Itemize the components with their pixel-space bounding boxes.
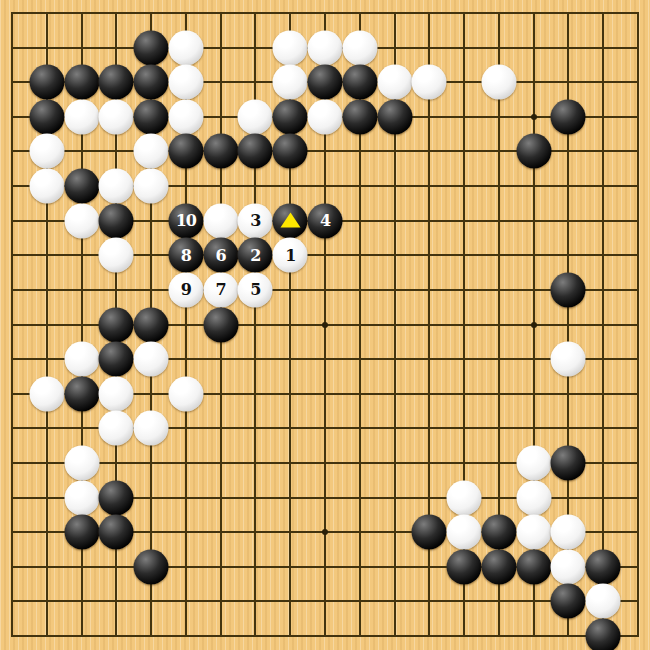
stone-black[interactable]: 10 xyxy=(168,203,203,238)
stone-black[interactable] xyxy=(308,65,343,100)
stone-black[interactable] xyxy=(64,515,99,550)
move-number: 9 xyxy=(181,282,191,298)
stone-white[interactable]: 3 xyxy=(238,203,273,238)
stone-black[interactable] xyxy=(481,515,516,550)
triangle-marker-icon xyxy=(280,212,300,227)
stone-white[interactable] xyxy=(134,342,169,377)
stone-white[interactable]: 7 xyxy=(203,272,238,307)
stone-white[interactable] xyxy=(99,411,134,446)
stone-white[interactable] xyxy=(342,30,377,65)
stone-black[interactable]: 6 xyxy=(203,238,238,273)
move-number: 10 xyxy=(176,213,196,229)
stone-black[interactable] xyxy=(64,376,99,411)
stone-white[interactable] xyxy=(134,134,169,169)
stone-white[interactable] xyxy=(481,65,516,100)
stone-black[interactable] xyxy=(203,307,238,342)
stone-white[interactable] xyxy=(551,549,586,584)
grid-line-horizontal xyxy=(11,600,639,602)
stone-black[interactable] xyxy=(99,342,134,377)
stone-black[interactable] xyxy=(551,99,586,134)
stone-black[interactable] xyxy=(551,272,586,307)
stone-black[interactable] xyxy=(99,203,134,238)
grid-line-horizontal xyxy=(11,635,639,637)
move-number: 2 xyxy=(250,247,260,263)
stone-black[interactable] xyxy=(168,134,203,169)
stone-black[interactable] xyxy=(586,619,621,650)
stone-black[interactable] xyxy=(551,584,586,619)
stone-black[interactable] xyxy=(342,99,377,134)
stone-white[interactable] xyxy=(377,65,412,100)
move-number: 8 xyxy=(181,247,191,263)
stone-black[interactable] xyxy=(64,169,99,204)
stone-white[interactable] xyxy=(308,30,343,65)
stone-white[interactable] xyxy=(551,342,586,377)
stone-white[interactable]: 1 xyxy=(273,238,308,273)
stone-black[interactable] xyxy=(412,515,447,550)
stone-black[interactable] xyxy=(29,99,64,134)
stone-white[interactable] xyxy=(168,376,203,411)
star-point xyxy=(322,322,328,328)
stone-white[interactable] xyxy=(64,445,99,480)
stone-white[interactable] xyxy=(273,65,308,100)
grid-line-vertical xyxy=(637,12,639,637)
stone-white[interactable] xyxy=(99,238,134,273)
stone-white[interactable] xyxy=(412,65,447,100)
stone-black[interactable] xyxy=(134,30,169,65)
stone-black[interactable] xyxy=(586,549,621,584)
stone-black[interactable] xyxy=(99,515,134,550)
stone-black[interactable] xyxy=(377,99,412,134)
stone-black[interactable] xyxy=(29,65,64,100)
stone-black[interactable]: 2 xyxy=(238,238,273,273)
stone-white[interactable] xyxy=(168,65,203,100)
stone-black[interactable]: 8 xyxy=(168,238,203,273)
move-number: 6 xyxy=(216,247,226,263)
stone-white[interactable] xyxy=(134,411,169,446)
star-point xyxy=(531,322,537,328)
stone-white[interactable]: 9 xyxy=(168,272,203,307)
stone-black[interactable] xyxy=(516,134,551,169)
stone-black[interactable]: 4 xyxy=(308,203,343,238)
stone-black[interactable] xyxy=(481,549,516,584)
stone-white[interactable] xyxy=(447,480,482,515)
stone-white[interactable] xyxy=(29,134,64,169)
move-number: 5 xyxy=(250,282,260,298)
stone-black[interactable] xyxy=(134,99,169,134)
stone-black[interactable] xyxy=(342,65,377,100)
stone-white[interactable] xyxy=(99,99,134,134)
star-point xyxy=(322,529,328,535)
stone-white[interactable] xyxy=(168,30,203,65)
stone-white[interactable] xyxy=(134,169,169,204)
stone-black[interactable] xyxy=(64,65,99,100)
move-number: 3 xyxy=(250,213,260,229)
stone-black[interactable] xyxy=(99,65,134,100)
stone-white[interactable] xyxy=(551,515,586,550)
stone-white[interactable] xyxy=(29,169,64,204)
stone-white[interactable] xyxy=(203,203,238,238)
stone-white[interactable] xyxy=(238,99,273,134)
go-board[interactable]: 10348621975 xyxy=(0,0,650,650)
stone-white[interactable] xyxy=(447,515,482,550)
stone-white[interactable] xyxy=(168,99,203,134)
stone-white[interactable] xyxy=(99,376,134,411)
stone-black[interactable] xyxy=(551,445,586,480)
move-number: 7 xyxy=(216,282,226,298)
stone-white[interactable]: 5 xyxy=(238,272,273,307)
stone-white[interactable] xyxy=(64,99,99,134)
stone-black[interactable] xyxy=(99,480,134,515)
stone-white[interactable] xyxy=(99,169,134,204)
stone-black[interactable] xyxy=(134,549,169,584)
stone-black[interactable] xyxy=(238,134,273,169)
stone-black[interactable] xyxy=(516,549,551,584)
stone-white[interactable] xyxy=(273,30,308,65)
stone-black[interactable] xyxy=(99,307,134,342)
stone-black[interactable] xyxy=(273,134,308,169)
stone-white[interactable] xyxy=(586,584,621,619)
stone-white[interactable] xyxy=(516,515,551,550)
stone-white[interactable] xyxy=(64,203,99,238)
stone-white[interactable] xyxy=(64,480,99,515)
stone-white[interactable] xyxy=(29,376,64,411)
move-number: 1 xyxy=(285,247,295,263)
grid-line-vertical xyxy=(602,12,604,637)
star-point xyxy=(531,114,537,120)
stone-black[interactable] xyxy=(134,307,169,342)
stone-white[interactable] xyxy=(308,99,343,134)
stone-white[interactable] xyxy=(64,342,99,377)
move-number: 4 xyxy=(320,213,330,229)
stone-white[interactable] xyxy=(516,445,551,480)
stone-black[interactable] xyxy=(203,134,238,169)
stone-white[interactable] xyxy=(516,480,551,515)
stone-black[interactable] xyxy=(273,203,308,238)
stone-black[interactable] xyxy=(447,549,482,584)
stone-black[interactable] xyxy=(273,99,308,134)
stone-black[interactable] xyxy=(134,65,169,100)
